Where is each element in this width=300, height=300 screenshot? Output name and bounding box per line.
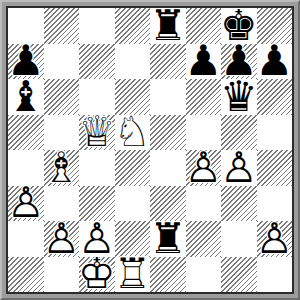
- square-b1[interactable]: [44, 257, 80, 293]
- square-a2[interactable]: [8, 221, 44, 257]
- piece-white-pawn[interactable]: ♟♙: [8, 186, 44, 222]
- piece-black-rook[interactable]: ♜: [150, 8, 186, 44]
- white-pawn-outline-glyph: ♙: [186, 150, 222, 186]
- square-a3[interactable]: ♟♙: [8, 186, 44, 222]
- square-g6[interactable]: ♛: [221, 79, 257, 115]
- square-b7[interactable]: [44, 44, 80, 80]
- square-h5[interactable]: [257, 115, 293, 151]
- black-pawn-glyph: ♟: [257, 44, 293, 80]
- piece-black-bishop[interactable]: ♝: [8, 79, 44, 115]
- square-b2[interactable]: ♟♙: [44, 221, 80, 257]
- square-g3[interactable]: [221, 186, 257, 222]
- square-g2[interactable]: [221, 221, 257, 257]
- piece-white-pawn[interactable]: ♟♙: [44, 221, 80, 257]
- white-pawn-outline-glyph: ♙: [8, 186, 44, 222]
- square-d8[interactable]: [115, 8, 151, 44]
- piece-black-pawn[interactable]: ♟: [257, 44, 293, 80]
- square-d7[interactable]: [115, 44, 151, 80]
- piece-white-pawn[interactable]: ♟♙: [257, 221, 293, 257]
- square-c4[interactable]: [79, 150, 115, 186]
- square-e1[interactable]: [150, 257, 186, 293]
- square-b6[interactable]: [44, 79, 80, 115]
- black-bishop-glyph: ♝: [8, 79, 44, 115]
- white-bishop-outline-glyph: ♗: [44, 150, 80, 186]
- square-f2[interactable]: [186, 221, 222, 257]
- square-e5[interactable]: [150, 115, 186, 151]
- square-e4[interactable]: [150, 150, 186, 186]
- square-f3[interactable]: [186, 186, 222, 222]
- piece-white-queen[interactable]: ♛♕: [79, 115, 115, 151]
- white-rook-outline-glyph: ♖: [115, 257, 151, 293]
- square-a5[interactable]: [8, 115, 44, 151]
- square-e8[interactable]: ♜: [150, 8, 186, 44]
- square-h1[interactable]: [257, 257, 293, 293]
- black-rook-glyph: ♜: [150, 8, 186, 44]
- piece-white-pawn[interactable]: ♟♙: [221, 150, 257, 186]
- square-c7[interactable]: [79, 44, 115, 80]
- square-c1[interactable]: ♚♔: [79, 257, 115, 293]
- chess-board: ♜♚♟♟♟♟♝♛♛♕♞♘♝♗♟♙♟♙♟♙♟♙♟♙♜♟♙♚♔♜♖: [6, 6, 294, 294]
- piece-white-rook[interactable]: ♜♖: [115, 257, 151, 293]
- black-rook-glyph: ♜: [150, 221, 186, 257]
- square-f4[interactable]: ♟♙: [186, 150, 222, 186]
- white-pawn-outline-glyph: ♙: [221, 150, 257, 186]
- piece-white-knight[interactable]: ♞♘: [115, 115, 151, 151]
- white-queen-outline-glyph: ♕: [79, 115, 115, 151]
- piece-white-bishop[interactable]: ♝♗: [44, 150, 80, 186]
- square-e7[interactable]: [150, 44, 186, 80]
- square-d4[interactable]: [115, 150, 151, 186]
- square-h7[interactable]: ♟: [257, 44, 293, 80]
- square-d3[interactable]: [115, 186, 151, 222]
- square-d1[interactable]: ♜♖: [115, 257, 151, 293]
- white-pawn-outline-glyph: ♙: [44, 221, 80, 257]
- piece-black-pawn[interactable]: ♟: [186, 44, 222, 80]
- square-e2[interactable]: ♜: [150, 221, 186, 257]
- black-pawn-glyph: ♟: [186, 44, 222, 80]
- square-d5[interactable]: ♞♘: [115, 115, 151, 151]
- white-pawn-outline-glyph: ♙: [257, 221, 293, 257]
- square-f1[interactable]: [186, 257, 222, 293]
- square-g4[interactable]: ♟♙: [221, 150, 257, 186]
- square-a1[interactable]: [8, 257, 44, 293]
- piece-black-queen[interactable]: ♛: [221, 79, 257, 115]
- white-knight-outline-glyph: ♘: [115, 115, 151, 151]
- white-king-outline-glyph: ♔: [79, 257, 115, 293]
- square-c8[interactable]: [79, 8, 115, 44]
- square-f6[interactable]: [186, 79, 222, 115]
- square-f7[interactable]: ♟: [186, 44, 222, 80]
- square-b4[interactable]: ♝♗: [44, 150, 80, 186]
- square-h2[interactable]: ♟♙: [257, 221, 293, 257]
- square-h4[interactable]: [257, 150, 293, 186]
- square-a6[interactable]: ♝: [8, 79, 44, 115]
- square-e6[interactable]: [150, 79, 186, 115]
- board-frame: ♜♚♟♟♟♟♝♛♛♕♞♘♝♗♟♙♟♙♟♙♟♙♟♙♜♟♙♚♔♜♖: [0, 0, 300, 300]
- piece-black-rook[interactable]: ♜: [150, 221, 186, 257]
- black-queen-glyph: ♛: [221, 79, 257, 115]
- square-h6[interactable]: [257, 79, 293, 115]
- square-c5[interactable]: ♛♕: [79, 115, 115, 151]
- piece-white-king[interactable]: ♚♔: [79, 257, 115, 293]
- square-g1[interactable]: [221, 257, 257, 293]
- piece-white-pawn[interactable]: ♟♙: [186, 150, 222, 186]
- square-b8[interactable]: [44, 8, 80, 44]
